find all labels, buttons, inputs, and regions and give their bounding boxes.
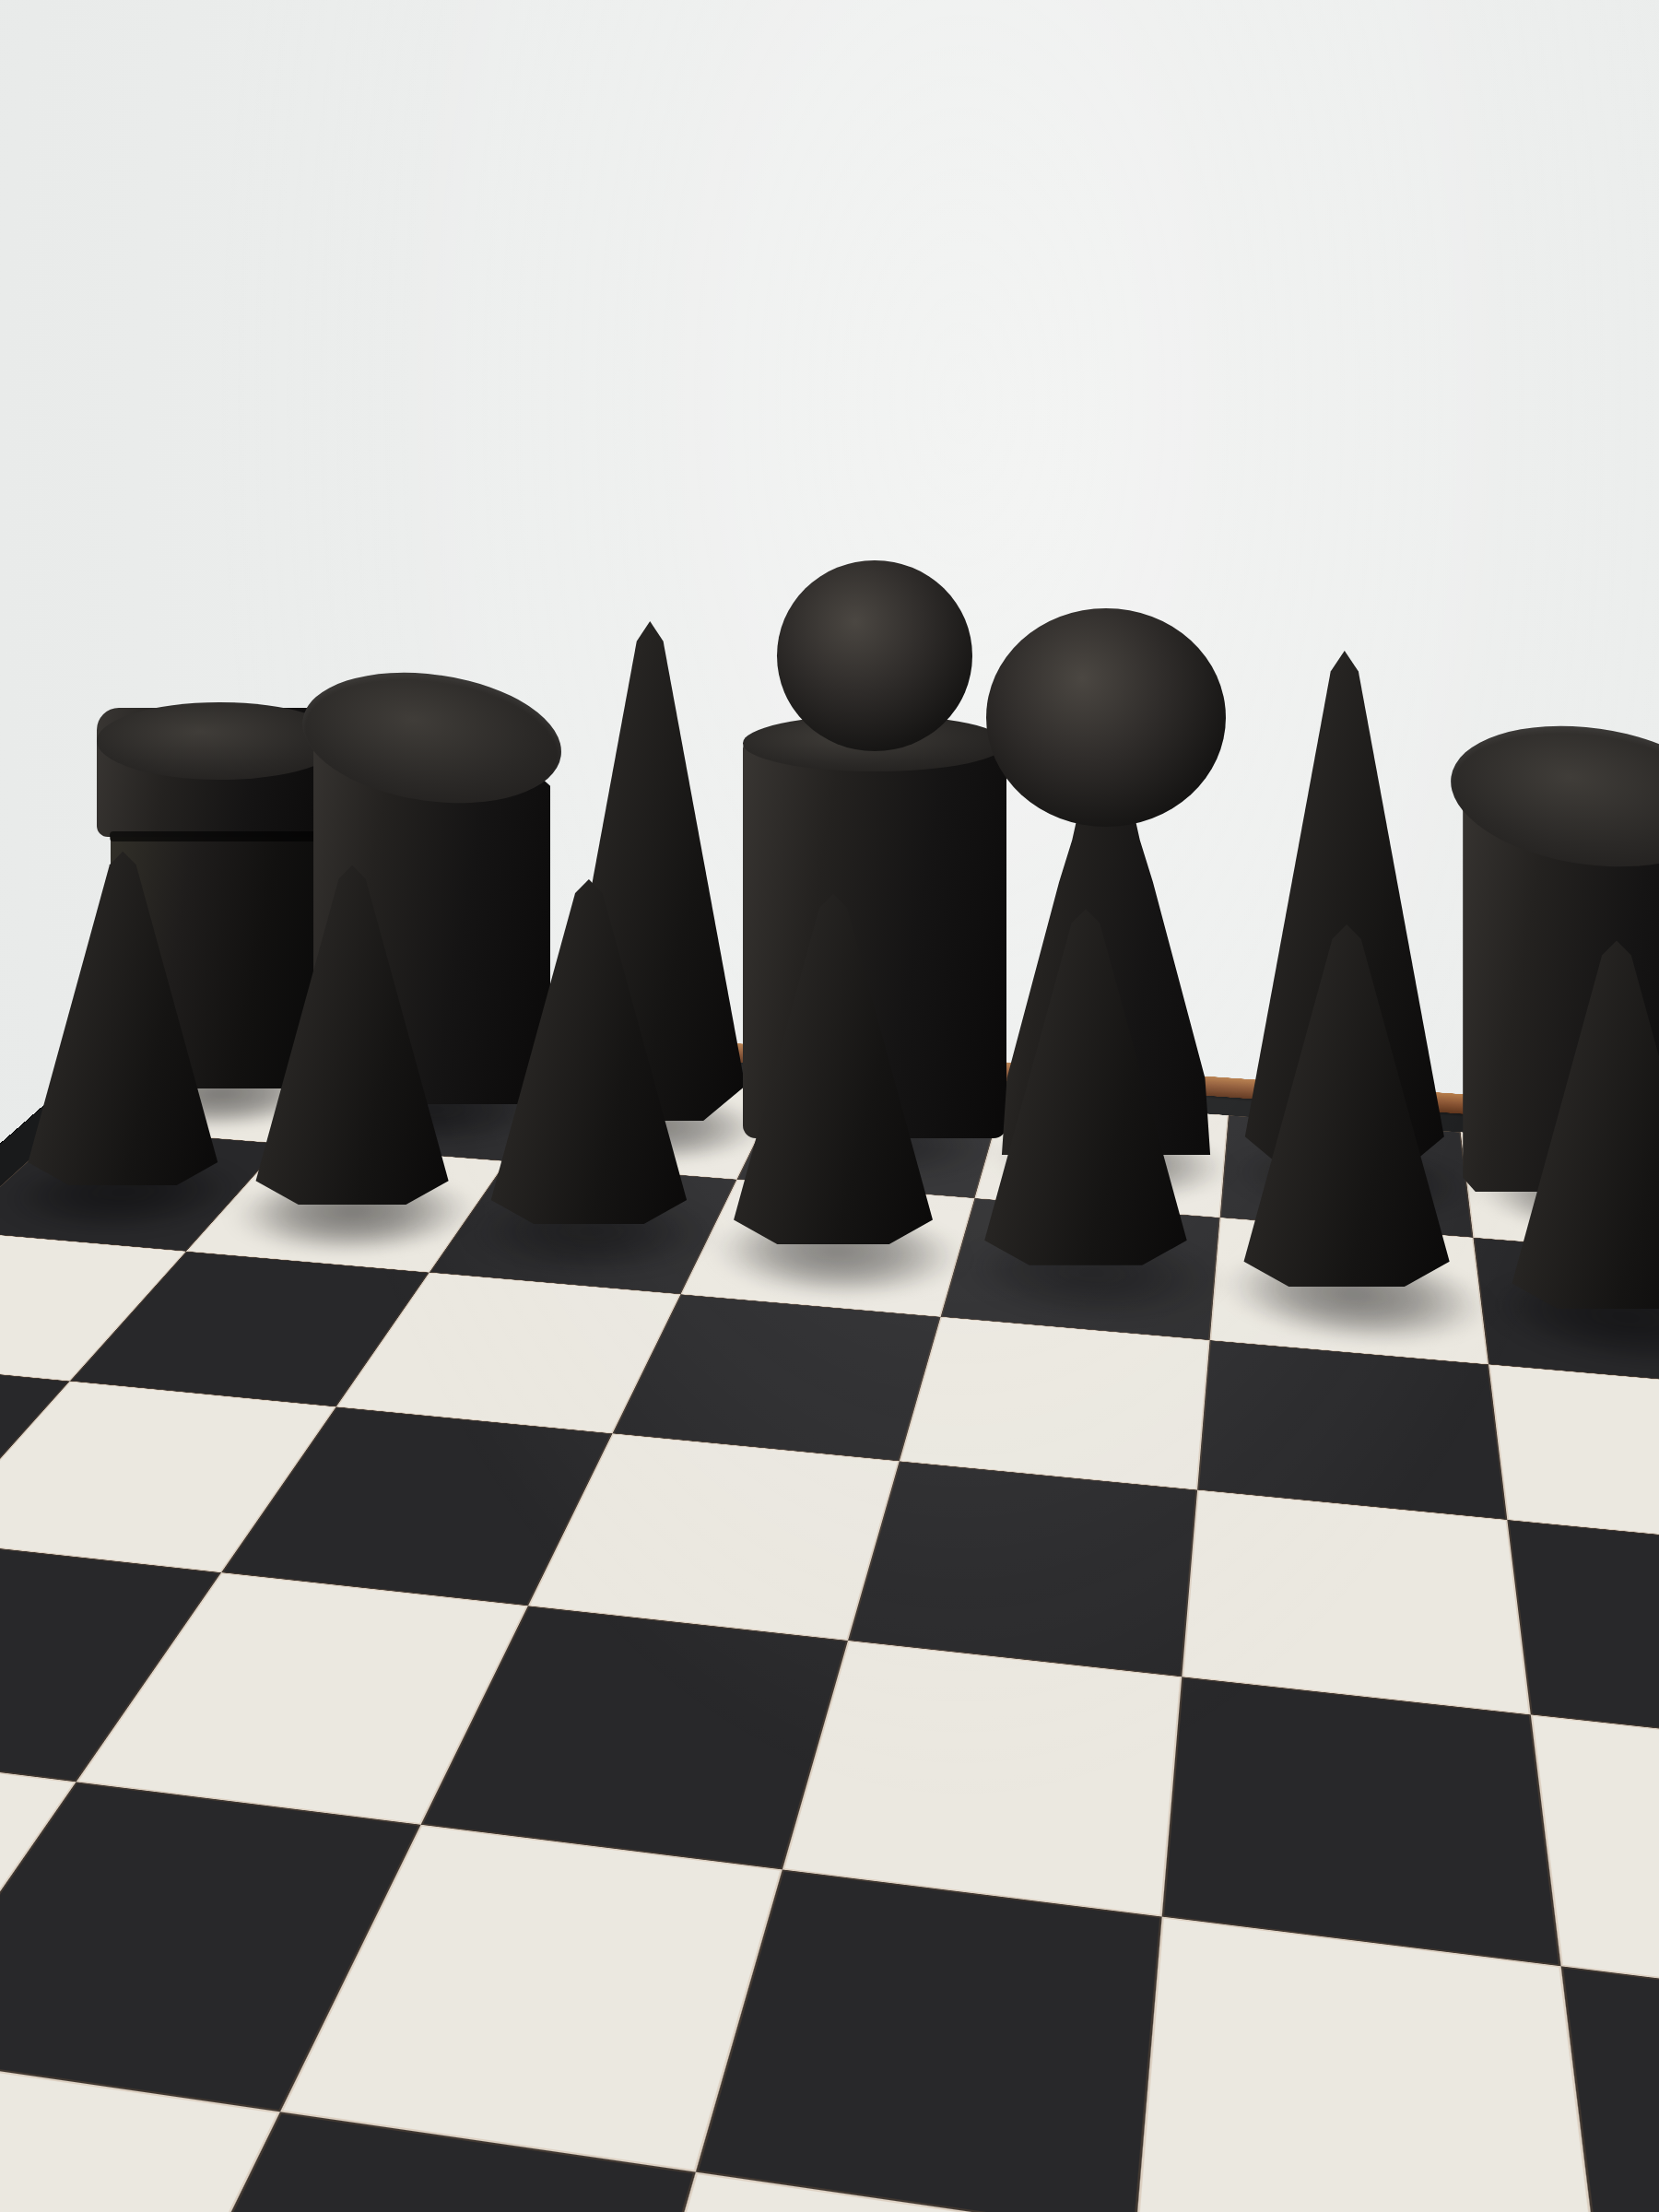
square-c6[interactable] <box>1197 1340 1507 1520</box>
pawn-figure <box>13 852 233 1186</box>
pawn-figure <box>241 865 465 1205</box>
black-pawn[interactable] <box>241 865 465 1205</box>
pawn-figure <box>718 894 949 1244</box>
square-c4[interactable] <box>1162 1677 1561 1966</box>
lid-rim <box>110 831 331 841</box>
pawn-figure <box>968 909 1203 1265</box>
square-d4[interactable] <box>782 1641 1182 1917</box>
pawn-figure <box>1495 941 1659 1310</box>
cone-shape <box>13 852 233 1186</box>
black-pawn[interactable] <box>968 909 1203 1265</box>
sphere-shape <box>986 608 1226 828</box>
cone-shape <box>475 879 702 1224</box>
black-pawn[interactable] <box>475 879 702 1224</box>
black-pawn[interactable] <box>1495 941 1659 1310</box>
pawn-figure <box>1227 924 1466 1287</box>
square-d6[interactable] <box>900 1317 1210 1490</box>
black-pawn[interactable] <box>13 852 233 1186</box>
sphere-shape <box>777 560 971 751</box>
cone-shape <box>718 894 949 1244</box>
cone-shape <box>968 909 1203 1265</box>
black-pawn[interactable] <box>1227 924 1466 1287</box>
photo-backdrop <box>0 0 1659 2212</box>
square-c5[interactable] <box>1182 1490 1531 1715</box>
square-d5[interactable] <box>848 1461 1197 1677</box>
cone-shape <box>241 865 465 1205</box>
black-pawn[interactable] <box>718 894 949 1244</box>
cone-shape <box>1227 924 1466 1287</box>
pawn-figure <box>475 879 702 1224</box>
cone-shape <box>1495 941 1659 1310</box>
